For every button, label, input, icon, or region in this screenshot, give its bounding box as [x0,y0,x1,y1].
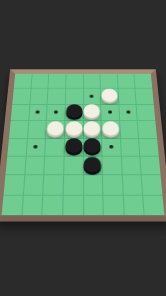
board-frame [0,69,166,221]
cell-g3[interactable] [119,105,137,121]
black-disc [65,138,82,153]
cell-a5[interactable] [7,138,26,155]
cell-b8[interactable] [22,195,42,215]
cell-h2[interactable] [136,89,154,104]
cell-a7[interactable] [4,175,24,194]
cell-b5[interactable] [26,138,45,155]
cell-h4[interactable] [138,121,157,137]
cell-b7[interactable] [24,175,44,194]
cell-h3[interactable] [137,105,155,121]
cell-a8[interactable] [2,195,23,215]
black-disc [66,105,83,119]
legal-move-dot[interactable] [54,111,58,114]
cell-a4[interactable] [9,121,28,137]
legal-move-dot[interactable] [108,111,112,114]
cell-a6[interactable] [5,157,25,175]
cell-d6[interactable] [64,157,82,175]
legal-move-dot[interactable] [36,111,40,114]
white-disc [84,121,101,135]
black-disc [84,138,101,153]
cell-g4[interactable] [120,121,138,137]
cell-b2[interactable] [30,89,48,104]
cell-d8[interactable] [63,195,82,215]
cell-f1[interactable] [101,74,118,88]
white-disc [102,121,119,135]
cell-f5[interactable] [102,138,120,155]
cell-b4[interactable] [28,121,46,137]
cell-h1[interactable] [135,74,153,88]
cell-e8[interactable] [84,195,103,215]
cell-e4[interactable] [83,121,101,137]
cell-b6[interactable] [25,157,44,175]
cell-g6[interactable] [122,157,141,175]
board-scene [3,51,163,225]
cell-g7[interactable] [123,175,143,194]
cell-g8[interactable] [124,195,144,215]
cell-f6[interactable] [103,157,122,175]
cell-c2[interactable] [48,89,65,104]
cell-h7[interactable] [142,175,162,194]
cell-c3[interactable] [47,105,65,121]
cell-e5[interactable] [84,138,102,155]
cell-f7[interactable] [103,175,122,194]
cell-e2[interactable] [83,89,100,104]
cell-f2[interactable] [101,89,118,104]
cell-c4[interactable] [46,121,64,137]
cell-d4[interactable] [65,121,83,137]
legal-move-dot[interactable] [126,111,130,114]
legal-move-dot[interactable] [90,95,94,98]
cell-e6[interactable] [84,157,102,175]
white-disc [101,89,118,102]
cell-g2[interactable] [118,89,136,104]
cell-d3[interactable] [65,105,82,121]
cell-h6[interactable] [141,157,161,175]
cell-b1[interactable] [31,74,48,88]
cell-g5[interactable] [121,138,140,155]
cell-d5[interactable] [64,138,82,155]
cell-c5[interactable] [45,138,63,155]
cell-e1[interactable] [83,74,99,88]
board-grid [2,74,165,215]
cell-d1[interactable] [66,74,82,88]
legal-move-dot[interactable] [109,145,113,149]
cell-a1[interactable] [14,74,32,88]
cell-d2[interactable] [66,89,83,104]
cell-c1[interactable] [49,74,66,88]
cell-f4[interactable] [102,121,120,137]
cell-e3[interactable] [83,105,100,121]
cell-b3[interactable] [29,105,47,121]
legal-move-dot[interactable] [34,145,38,149]
white-disc [84,105,101,119]
black-disc [84,156,102,172]
cell-e7[interactable] [84,175,103,194]
cell-c6[interactable] [45,157,64,175]
white-disc [47,121,64,135]
cell-f3[interactable] [101,105,119,121]
cell-c8[interactable] [43,195,63,215]
cell-c7[interactable] [44,175,63,194]
game-stage [0,0,166,296]
cell-d7[interactable] [64,175,83,194]
cell-h5[interactable] [139,138,158,155]
cell-h8[interactable] [144,195,165,215]
cell-a3[interactable] [11,105,29,121]
cell-a2[interactable] [12,89,30,104]
cell-f8[interactable] [104,195,124,215]
cell-g1[interactable] [118,74,135,88]
white-disc [65,121,82,135]
